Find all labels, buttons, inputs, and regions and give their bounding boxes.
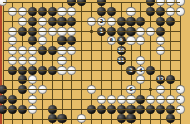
intersection-4-12[interactable] — [37, 114, 47, 124]
intersection-11-5[interactable] — [106, 46, 116, 56]
intersection-13-7[interactable]: 3 — [126, 65, 136, 75]
intersection-4-9[interactable] — [37, 85, 47, 95]
intersection-5-3[interactable] — [47, 26, 57, 36]
intersection-2-3[interactable] — [18, 26, 28, 36]
black-stone-15-11 — [146, 105, 155, 114]
white-stone-5-3 — [48, 27, 57, 36]
intersection-18-8[interactable] — [175, 75, 185, 85]
white-stone-14-7: 4 — [136, 66, 145, 75]
intersection-12-1[interactable] — [116, 7, 126, 17]
intersection-1-10[interactable] — [8, 95, 18, 105]
intersection-17-1[interactable] — [166, 7, 176, 17]
intersection-11-8[interactable] — [106, 75, 116, 85]
intersection-3-5[interactable] — [28, 46, 38, 56]
intersection-11-11[interactable] — [106, 104, 116, 114]
intersection-1-11[interactable] — [8, 104, 18, 114]
intersection-17-6[interactable] — [166, 56, 176, 66]
intersection-11-1[interactable] — [106, 7, 116, 17]
intersection-14-11[interactable] — [136, 104, 146, 114]
intersection-3-12[interactable] — [28, 114, 38, 124]
intersection-5-4[interactable] — [47, 36, 57, 46]
intersection-5-11[interactable] — [47, 104, 57, 114]
intersection-1-9[interactable] — [8, 85, 18, 95]
intersection-2-7[interactable] — [18, 65, 28, 75]
white-stone-16-0 — [156, 0, 165, 6]
intersection-18-4[interactable] — [175, 36, 185, 46]
intersection-6-4[interactable] — [57, 36, 67, 46]
intersection-8-9[interactable] — [77, 85, 87, 95]
intersection-5-2[interactable] — [47, 17, 57, 27]
intersection-17-5[interactable] — [166, 46, 176, 56]
intersection-7-8[interactable] — [67, 75, 77, 85]
intersection-16-4[interactable] — [156, 36, 166, 46]
intersection-18-6[interactable] — [175, 56, 185, 66]
intersection-10-1[interactable] — [97, 7, 107, 17]
intersection-2-1[interactable] — [18, 7, 28, 17]
intersection-16-3[interactable] — [156, 26, 166, 36]
white-stone-3-9 — [28, 85, 37, 94]
intersection-9-7[interactable] — [87, 65, 97, 75]
intersection-9-5[interactable] — [87, 46, 97, 56]
intersection-17-9[interactable] — [166, 85, 176, 95]
intersection-3-2[interactable] — [28, 17, 38, 27]
intersection-5-1[interactable] — [47, 7, 57, 17]
intersection-12-7[interactable] — [116, 65, 126, 75]
intersection-6-10[interactable] — [57, 95, 67, 105]
intersection-8-6[interactable] — [77, 56, 87, 66]
intersection-2-12[interactable] — [18, 114, 28, 124]
intersection-5-9[interactable] — [47, 85, 57, 95]
white-stone-16-5 — [156, 46, 165, 55]
black-stone-12-5: 10 — [117, 46, 126, 55]
black-stone-14-11 — [136, 105, 145, 114]
intersection-15-4[interactable] — [146, 36, 156, 46]
white-stone-15-3 — [146, 27, 155, 36]
intersection-0-2[interactable] — [0, 17, 8, 27]
black-stone-4-1 — [38, 7, 47, 16]
intersection-12-3[interactable] — [116, 26, 126, 36]
intersection-7-7[interactable] — [67, 65, 77, 75]
intersection-18-9[interactable] — [175, 85, 185, 95]
intersection-16-11[interactable] — [156, 104, 166, 114]
intersection-10-6[interactable] — [97, 56, 107, 66]
intersection-7-3[interactable] — [67, 26, 77, 36]
black-stone-16-2 — [156, 17, 165, 26]
intersection-15-2[interactable] — [146, 17, 156, 27]
intersection-10-8[interactable] — [97, 75, 107, 85]
intersection-18-10[interactable] — [175, 95, 185, 105]
white-stone-13-9: 6 — [126, 85, 135, 94]
intersection-4-11[interactable] — [37, 104, 47, 114]
intersection-3-6[interactable] — [28, 56, 38, 66]
intersection-7-5[interactable] — [67, 46, 77, 56]
intersection-11-12[interactable] — [106, 114, 116, 124]
intersection-13-4[interactable] — [126, 36, 136, 46]
intersection-9-2[interactable] — [87, 17, 97, 27]
intersection-3-7[interactable] — [28, 65, 38, 75]
intersection-2-8[interactable] — [18, 75, 28, 85]
intersection-5-5[interactable] — [47, 46, 57, 56]
intersection-10-5[interactable] — [97, 46, 107, 56]
intersection-17-4[interactable] — [166, 36, 176, 46]
intersection-2-9[interactable] — [18, 85, 28, 95]
intersection-8-7[interactable] — [77, 65, 87, 75]
intersection-7-1[interactable] — [67, 7, 77, 17]
intersection-5-10[interactable] — [47, 95, 57, 105]
intersection-13-6[interactable] — [126, 56, 136, 66]
intersection-8-3[interactable] — [77, 26, 87, 36]
intersection-0-8[interactable] — [0, 75, 8, 85]
white-stone-15-10 — [146, 95, 155, 104]
intersection-12-11[interactable] — [116, 104, 126, 114]
intersection-3-10[interactable] — [28, 95, 38, 105]
intersection-15-0[interactable] — [146, 0, 156, 7]
intersection-17-8[interactable] — [166, 75, 176, 85]
black-stone-7-0 — [67, 0, 76, 6]
white-stone-17-10 — [166, 95, 175, 104]
intersection-18-3[interactable] — [175, 26, 185, 36]
intersection-11-0[interactable] — [106, 0, 116, 7]
intersection-3-1[interactable] — [28, 7, 38, 17]
white-stone-2-6 — [18, 56, 27, 65]
intersection-8-11[interactable] — [77, 104, 87, 114]
black-stone-12-11 — [117, 105, 126, 114]
intersection-6-11[interactable] — [57, 104, 67, 114]
intersection-6-8[interactable] — [57, 75, 67, 85]
intersection-0-0[interactable] — [0, 0, 8, 7]
intersection-4-5[interactable] — [37, 46, 47, 56]
intersection-13-3[interactable] — [126, 26, 136, 36]
intersection-15-11[interactable] — [146, 104, 156, 114]
intersection-13-12[interactable] — [126, 114, 136, 124]
intersection-4-1[interactable] — [37, 7, 47, 17]
intersection-6-6[interactable] — [57, 56, 67, 66]
intersection-4-8[interactable] — [37, 75, 47, 85]
intersection-11-9[interactable] — [106, 85, 116, 95]
star-point-15-9 — [149, 88, 152, 91]
intersection-5-6[interactable] — [47, 56, 57, 66]
intersection-0-3[interactable] — [0, 26, 8, 36]
intersection-0-5[interactable] — [0, 46, 8, 56]
intersection-12-9[interactable] — [116, 85, 126, 95]
intersection-3-0[interactable] — [28, 0, 38, 7]
white-stone-13-10 — [126, 95, 135, 104]
intersection-1-0[interactable] — [8, 0, 18, 7]
intersection-15-12[interactable] — [146, 114, 156, 124]
intersection-4-2[interactable] — [37, 17, 47, 27]
intersection-16-7[interactable] — [156, 65, 166, 75]
intersection-10-12[interactable] — [97, 114, 107, 124]
black-stone-7-4 — [67, 36, 76, 45]
intersection-12-4[interactable]: 9 — [116, 36, 126, 46]
intersection-7-11[interactable] — [67, 104, 77, 114]
intersection-8-8[interactable] — [77, 75, 87, 85]
intersection-15-9[interactable] — [146, 85, 156, 95]
black-stone-13-11 — [126, 105, 135, 114]
black-stone-0-9 — [0, 85, 7, 94]
white-stone-7-3 — [67, 27, 76, 36]
white-stone-12-10 — [117, 95, 126, 104]
black-stone-10-3: 1 — [97, 27, 106, 36]
intersection-13-9[interactable]: 6 — [126, 85, 136, 95]
intersection-0-12[interactable] — [0, 114, 8, 124]
intersection-4-0[interactable] — [37, 0, 47, 7]
intersection-6-12[interactable] — [57, 114, 67, 124]
intersection-14-9[interactable] — [136, 85, 146, 95]
intersection-10-0[interactable] — [97, 0, 107, 7]
intersection-16-6[interactable] — [156, 56, 166, 66]
intersection-14-0[interactable] — [136, 0, 146, 7]
intersection-2-10[interactable] — [18, 95, 28, 105]
go-diagram: 2189101134126 — [0, 0, 190, 124]
intersection-9-9[interactable] — [87, 85, 97, 95]
intersection-15-6[interactable] — [146, 56, 156, 66]
intersection-3-11[interactable] — [28, 104, 38, 114]
white-stone-6-1 — [57, 7, 66, 16]
black-stone-16-8: 12 — [156, 75, 165, 84]
white-stone-3-8 — [28, 75, 37, 84]
intersection-3-9[interactable] — [28, 85, 38, 95]
intersection-13-2[interactable] — [126, 17, 136, 27]
intersection-11-7[interactable] — [106, 65, 116, 75]
intersection-18-0[interactable] — [175, 0, 185, 7]
intersection-1-4[interactable] — [8, 36, 18, 46]
intersection-7-10[interactable] — [67, 95, 77, 105]
intersection-7-2[interactable] — [67, 17, 77, 27]
white-stone-3-6 — [28, 56, 37, 65]
intersection-5-12[interactable] — [47, 114, 57, 124]
intersection-1-5[interactable] — [8, 46, 18, 56]
intersection-10-11[interactable] — [97, 104, 107, 114]
black-stone-2-3 — [18, 27, 27, 36]
intersection-15-1[interactable] — [146, 7, 156, 17]
intersection-17-7[interactable] — [166, 65, 176, 75]
intersection-10-10[interactable] — [97, 95, 107, 105]
intersection-7-9[interactable] — [67, 85, 77, 95]
intersection-16-2[interactable] — [156, 17, 166, 27]
intersection-4-4[interactable] — [37, 36, 47, 46]
intersection-15-7[interactable] — [146, 65, 156, 75]
intersection-3-8[interactable] — [28, 75, 38, 85]
intersection-14-1[interactable] — [136, 7, 146, 17]
white-stone-18-10 — [176, 95, 185, 104]
intersection-13-5[interactable] — [126, 46, 136, 56]
black-stone-13-12 — [126, 114, 135, 123]
intersection-13-0[interactable] — [126, 0, 136, 7]
intersection-8-1[interactable] — [77, 7, 87, 17]
intersection-14-10[interactable] — [136, 95, 146, 105]
intersection-6-3[interactable] — [57, 26, 67, 36]
intersection-9-1[interactable] — [87, 7, 97, 17]
black-stone-2-11 — [18, 105, 27, 114]
white-stone-1-6 — [8, 56, 17, 65]
intersection-18-7[interactable] — [175, 65, 185, 75]
intersection-5-7[interactable] — [47, 65, 57, 75]
intersection-14-12[interactable] — [136, 114, 146, 124]
intersection-8-2[interactable] — [77, 17, 87, 27]
intersection-3-4[interactable] — [28, 36, 38, 46]
intersection-0-6[interactable] — [0, 56, 8, 66]
intersection-12-0[interactable] — [116, 0, 126, 7]
intersection-1-12[interactable] — [8, 114, 18, 124]
intersection-16-12[interactable] — [156, 114, 166, 124]
intersection-6-2[interactable] — [57, 17, 67, 27]
intersection-1-8[interactable] — [8, 75, 18, 85]
intersection-16-9[interactable] — [156, 85, 166, 95]
intersection-9-10[interactable] — [87, 95, 97, 105]
intersection-16-8[interactable]: 12 — [156, 75, 166, 85]
black-stone-10-0 — [97, 0, 106, 6]
intersection-12-2[interactable] — [116, 17, 126, 27]
white-stone-13-1 — [126, 7, 135, 16]
intersection-17-3[interactable] — [166, 26, 176, 36]
white-stone-18-11 — [176, 105, 185, 114]
white-stone-14-6 — [136, 56, 145, 65]
white-stone-9-2 — [87, 17, 96, 26]
intersection-16-5[interactable] — [156, 46, 166, 56]
intersection-2-2[interactable] — [18, 17, 28, 27]
intersection-10-3[interactable]: 1 — [97, 26, 107, 36]
intersection-16-1[interactable] — [156, 7, 166, 17]
intersection-14-5[interactable] — [136, 46, 146, 56]
intersection-6-5[interactable] — [57, 46, 67, 56]
intersection-10-4[interactable] — [97, 36, 107, 46]
intersection-8-5[interactable] — [77, 46, 87, 56]
intersection-2-11[interactable] — [18, 104, 28, 114]
intersection-5-0[interactable] — [47, 0, 57, 7]
intersection-14-4[interactable] — [136, 36, 146, 46]
intersection-1-1[interactable] — [8, 7, 18, 17]
intersection-12-12[interactable] — [116, 114, 126, 124]
intersection-17-10[interactable] — [166, 95, 176, 105]
intersection-10-9[interactable] — [97, 85, 107, 95]
intersection-15-3[interactable] — [146, 26, 156, 36]
intersection-15-8[interactable] — [146, 75, 156, 85]
intersection-9-8[interactable] — [87, 75, 97, 85]
intersection-0-7[interactable] — [0, 65, 8, 75]
intersection-0-1[interactable] — [0, 7, 8, 17]
intersection-4-3[interactable] — [37, 26, 47, 36]
white-stone-17-0 — [166, 0, 175, 6]
white-stone-16-10 — [156, 95, 165, 104]
black-stone-3-3 — [28, 27, 37, 36]
intersection-9-4[interactable] — [87, 36, 97, 46]
intersection-1-7[interactable] — [8, 65, 18, 75]
go-board[interactable]: 2189101134126 — [0, 0, 190, 124]
intersection-5-8[interactable] — [47, 75, 57, 85]
intersection-1-2[interactable] — [8, 17, 18, 27]
intersection-8-4[interactable] — [77, 36, 87, 46]
white-stone-1-5 — [8, 46, 17, 55]
intersection-3-3[interactable] — [28, 26, 38, 36]
intersection-2-4[interactable] — [18, 36, 28, 46]
intersection-11-10[interactable] — [106, 95, 116, 105]
intersection-17-2[interactable] — [166, 17, 176, 27]
intersection-8-0[interactable] — [77, 0, 87, 7]
intersection-16-0[interactable] — [156, 0, 166, 7]
intersection-12-10[interactable] — [116, 95, 126, 105]
intersection-0-9[interactable] — [0, 85, 8, 95]
intersection-17-12[interactable] — [166, 114, 176, 124]
white-stone-13-4 — [126, 36, 135, 45]
black-stone-5-5 — [48, 46, 57, 55]
intersection-14-3[interactable] — [136, 26, 146, 36]
intersection-7-12[interactable] — [67, 114, 77, 124]
intersection-9-0[interactable] — [87, 0, 97, 7]
intersection-2-0[interactable] — [18, 0, 28, 7]
intersection-12-8[interactable] — [116, 75, 126, 85]
intersection-0-4[interactable] — [0, 36, 8, 46]
intersection-18-2[interactable] — [175, 17, 185, 27]
intersection-14-8[interactable] — [136, 75, 146, 85]
intersection-4-7[interactable] — [37, 65, 47, 75]
intersection-17-11[interactable] — [166, 104, 176, 114]
black-stone-5-1 — [48, 7, 57, 16]
black-stone-14-10 — [136, 95, 145, 104]
intersection-17-0[interactable] — [166, 0, 176, 7]
intersection-7-0[interactable] — [67, 0, 77, 7]
intersection-13-10[interactable] — [126, 95, 136, 105]
intersection-6-0[interactable] — [57, 0, 67, 7]
intersection-18-11[interactable] — [175, 104, 185, 114]
intersection-14-2[interactable] — [136, 17, 146, 27]
intersection-4-6[interactable] — [37, 56, 47, 66]
intersection-7-6[interactable] — [67, 56, 77, 66]
intersection-12-6[interactable]: 11 — [116, 56, 126, 66]
intersection-0-11[interactable] — [0, 104, 8, 114]
intersection-6-7[interactable] — [57, 65, 67, 75]
intersection-15-10[interactable] — [146, 95, 156, 105]
intersection-13-11[interactable] — [126, 104, 136, 114]
intersection-10-7[interactable] — [97, 65, 107, 75]
intersection-4-10[interactable] — [37, 95, 47, 105]
intersection-6-9[interactable] — [57, 85, 67, 95]
intersection-9-11[interactable] — [87, 104, 97, 114]
intersection-9-6[interactable] — [87, 56, 97, 66]
intersection-11-2[interactable] — [106, 17, 116, 27]
intersection-14-7[interactable]: 4 — [136, 65, 146, 75]
white-stone-2-2 — [18, 17, 27, 26]
intersection-13-1[interactable] — [126, 7, 136, 17]
intersection-16-10[interactable] — [156, 95, 166, 105]
intersection-9-3[interactable] — [87, 26, 97, 36]
intersection-18-5[interactable] — [175, 46, 185, 56]
intersection-15-5[interactable] — [146, 46, 156, 56]
intersection-0-10[interactable] — [0, 95, 8, 105]
intersection-11-4[interactable]: 8 — [106, 36, 116, 46]
intersection-18-12[interactable] — [175, 114, 185, 124]
intersection-11-6[interactable] — [106, 56, 116, 66]
intersection-14-6[interactable] — [136, 56, 146, 66]
intersection-12-5[interactable]: 10 — [116, 46, 126, 56]
intersection-11-3[interactable] — [106, 26, 116, 36]
intersection-2-5[interactable] — [18, 46, 28, 56]
intersection-2-6[interactable] — [18, 56, 28, 66]
move-number-12: 12 — [157, 77, 164, 82]
intersection-1-6[interactable] — [8, 56, 18, 66]
intersection-8-12[interactable] — [77, 114, 87, 124]
intersection-1-3[interactable] — [8, 26, 18, 36]
intersection-6-1[interactable] — [57, 7, 67, 17]
intersection-13-8[interactable] — [126, 75, 136, 85]
intersection-18-1[interactable] — [175, 7, 185, 17]
intersection-10-2[interactable]: 2 — [97, 17, 107, 27]
intersection-9-12[interactable] — [87, 114, 97, 124]
intersection-8-10[interactable] — [77, 95, 87, 105]
move-number-11: 11 — [118, 58, 125, 63]
intersection-7-4[interactable] — [67, 36, 77, 46]
black-stone-9-11 — [87, 105, 96, 114]
